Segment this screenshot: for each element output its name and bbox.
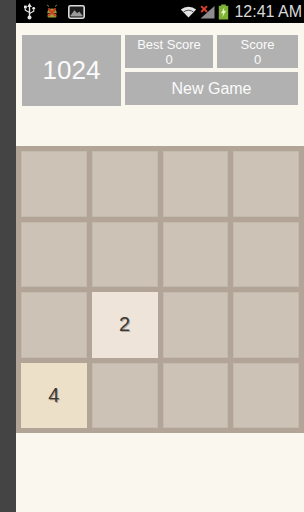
- score-value: 0: [254, 52, 261, 67]
- best-score-box: Best Score 0: [125, 35, 213, 68]
- screenshot-icon: [68, 5, 85, 19]
- app-title-tile: 1024: [22, 35, 121, 106]
- empty-cell-r3c1: [92, 363, 158, 429]
- empty-cell-r2c2: [163, 292, 229, 358]
- app-title-text: 1024: [43, 55, 101, 86]
- app-screen: 12:41 AM 1024 Best Score 0 Score 0 New G…: [16, 0, 304, 512]
- best-score-value: 0: [165, 52, 172, 67]
- best-score-label: Best Score: [137, 37, 201, 52]
- empty-cell-r0c2: [163, 151, 229, 217]
- usb-icon: [23, 3, 36, 20]
- no-signal-icon: [199, 5, 216, 19]
- status-bar-left-icons: [16, 3, 85, 20]
- empty-cell-r1c1: [92, 222, 158, 288]
- status-bar-right: 12:41 AM: [180, 0, 304, 23]
- empty-cell-r1c2: [163, 222, 229, 288]
- score-label: Score: [241, 37, 275, 52]
- empty-cell-r2c3: [233, 292, 299, 358]
- android-debug-icon: [44, 4, 60, 19]
- empty-cell-r0c3: [233, 151, 299, 217]
- empty-cell-r1c3: [233, 222, 299, 288]
- new-game-button[interactable]: New Game: [125, 72, 298, 105]
- empty-cell-r1c0: [21, 222, 87, 288]
- empty-cell-r0c1: [92, 151, 158, 217]
- empty-cell-r2c0: [21, 292, 87, 358]
- battery-charging-icon: [218, 4, 229, 20]
- score-box: Score 0: [217, 35, 298, 68]
- wifi-icon: [180, 5, 197, 18]
- empty-cell-r3c2: [163, 363, 229, 429]
- tile-2: 2: [92, 292, 158, 358]
- tile-4: 4: [21, 363, 87, 429]
- empty-cell-r3c3: [233, 363, 299, 429]
- new-game-label: New Game: [171, 80, 251, 98]
- game-board[interactable]: 24: [16, 146, 304, 433]
- clock-time: 12:41 AM: [231, 0, 302, 23]
- status-bar: 12:41 AM: [16, 0, 304, 23]
- empty-cell-r0c0: [21, 151, 87, 217]
